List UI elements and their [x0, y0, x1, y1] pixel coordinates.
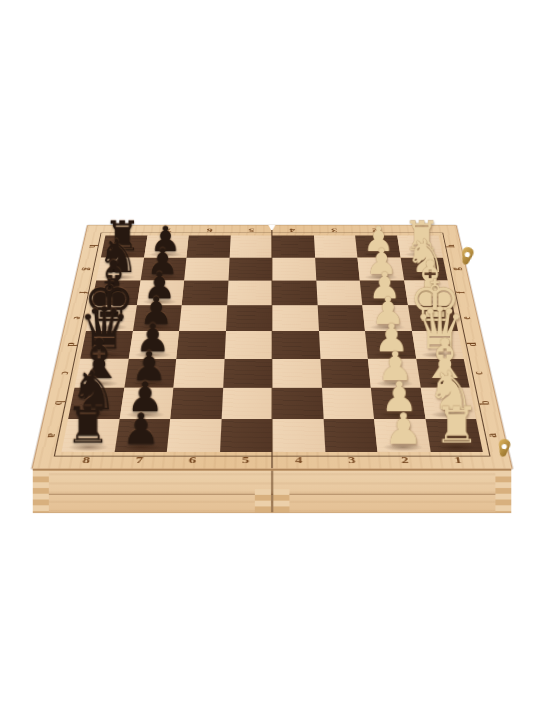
square-g5	[228, 257, 272, 280]
rank-label-far-5: 5	[242, 226, 260, 235]
square-f6	[182, 281, 228, 306]
rank-label-far-6: 6	[201, 226, 219, 235]
square-c3	[320, 359, 371, 388]
finger-joint-left	[33, 471, 49, 512]
rank-label-near-5: 5	[234, 453, 257, 468]
square-e4	[272, 305, 319, 331]
square-b5	[221, 388, 272, 419]
square-e5	[226, 305, 273, 331]
rank-label-near-3: 3	[340, 453, 364, 468]
chess-board: ♜♟♟♜♞♟♟♞♝♟♟♝♚♟♟♚♛♟♟♛♝♟♟♝♞♟♟♞♜♟♟♜ 8877665…	[31, 225, 512, 469]
hinge-notch	[268, 225, 275, 230]
square-a3	[323, 419, 377, 452]
square-a1: ♜	[425, 419, 483, 452]
square-a4	[272, 419, 325, 452]
square-e6	[179, 305, 227, 331]
square-g4	[272, 257, 316, 280]
square-d6	[176, 331, 225, 359]
square-h3	[314, 235, 358, 257]
rank-label-far-3: 3	[325, 226, 343, 235]
square-g3	[315, 257, 360, 280]
product-photo-scene: ♜♟♟♜♞♟♟♞♝♟♟♝♚♟♟♚♛♟♟♛♝♟♟♝♞♟♟♞♜♟♟♜ 8877665…	[0, 0, 540, 720]
square-a6	[167, 419, 221, 452]
finger-joint-center-right	[273, 489, 289, 512]
rank-label-near-2: 2	[393, 453, 418, 468]
square-h5	[229, 235, 272, 257]
piece-black-rook-a8: ♜	[65, 400, 111, 451]
square-a7: ♟	[114, 419, 170, 452]
piece-white-pawn-a2: ♟	[384, 408, 423, 451]
square-b4	[272, 388, 323, 419]
square-f4	[272, 281, 317, 306]
rank-label-near-7: 7	[127, 453, 152, 468]
rank-label-near-4: 4	[287, 453, 310, 468]
square-c4	[272, 359, 321, 388]
square-f5	[227, 281, 272, 306]
brass-latch-upper	[457, 244, 477, 267]
square-d3	[319, 331, 368, 359]
square-c6	[173, 359, 224, 388]
square-d4	[272, 331, 320, 359]
board-front-edge	[33, 468, 512, 513]
piece-black-pawn-a7: ♟	[121, 408, 160, 451]
finger-joint-center-left	[255, 489, 271, 512]
square-a2: ♟	[374, 419, 430, 452]
rank-label-far-4: 4	[284, 226, 302, 235]
piece-white-rook-a1: ♜	[433, 400, 479, 451]
square-a8: ♜	[61, 419, 119, 452]
square-f3	[316, 281, 362, 306]
file-label-left-a: a	[40, 428, 65, 442]
square-g6	[184, 257, 229, 280]
square-a5	[219, 419, 272, 452]
finger-joint-right	[495, 471, 511, 512]
rank-label-near-1: 1	[445, 453, 471, 468]
square-h6	[186, 235, 230, 257]
square-c5	[223, 359, 272, 388]
square-b3	[321, 388, 374, 419]
square-h4	[272, 235, 315, 257]
square-e3	[317, 305, 365, 331]
rank-label-near-6: 6	[180, 453, 204, 468]
rank-label-near-8: 8	[73, 453, 98, 468]
brass-latch-lower	[494, 437, 513, 459]
square-b6	[170, 388, 223, 419]
square-d5	[224, 331, 272, 359]
